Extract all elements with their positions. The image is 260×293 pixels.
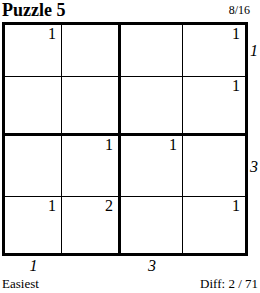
diff-score: Diff: 2 / 71 xyxy=(200,276,258,292)
puzzle-grid: 1 1 1 1 1 1 2 1 xyxy=(2,22,248,256)
cell-r3c3[interactable]: 1 xyxy=(121,136,183,197)
difficulty-label: Easiest xyxy=(2,276,39,292)
col-clue-1: 1 xyxy=(5,258,62,275)
row-clue-3: 3 xyxy=(250,136,260,197)
row-clue-2 xyxy=(250,77,260,136)
cell-r4c1[interactable]: 1 xyxy=(5,197,62,253)
cell-r2c2[interactable] xyxy=(62,77,121,136)
row-clue-1: 1 xyxy=(250,25,260,77)
cell-r4c4[interactable]: 1 xyxy=(183,197,245,253)
cell-r2c1[interactable] xyxy=(5,77,62,136)
col-clue-2 xyxy=(62,258,121,275)
col-clue-3: 3 xyxy=(121,258,183,275)
cell-r3c2[interactable]: 1 xyxy=(62,136,121,197)
cell-r1c3[interactable] xyxy=(121,25,183,77)
bottom-clue-row: 1 3 xyxy=(5,258,245,275)
cell-r4c3[interactable] xyxy=(121,197,183,253)
cell-r1c2[interactable] xyxy=(62,25,121,77)
cell-r2c4[interactable]: 1 xyxy=(183,77,245,136)
right-clue-column: 1 3 xyxy=(250,25,260,253)
page-indicator: 8/16 xyxy=(229,3,250,18)
row-clue-4 xyxy=(250,197,260,253)
cell-r1c4[interactable]: 1 xyxy=(183,25,245,77)
puzzle-sheet: Puzzle 5 8/16 1 1 1 1 1 1 2 1 1 3 1 3 Ea… xyxy=(0,0,260,293)
cell-r1c1[interactable]: 1 xyxy=(5,25,62,77)
cell-r3c4[interactable] xyxy=(183,136,245,197)
col-clue-4 xyxy=(183,258,245,275)
cell-r2c3[interactable] xyxy=(121,77,183,136)
cell-r4c2[interactable]: 2 xyxy=(62,197,121,253)
puzzle-title: Puzzle 5 xyxy=(2,0,65,21)
cell-r3c1[interactable] xyxy=(5,136,62,197)
